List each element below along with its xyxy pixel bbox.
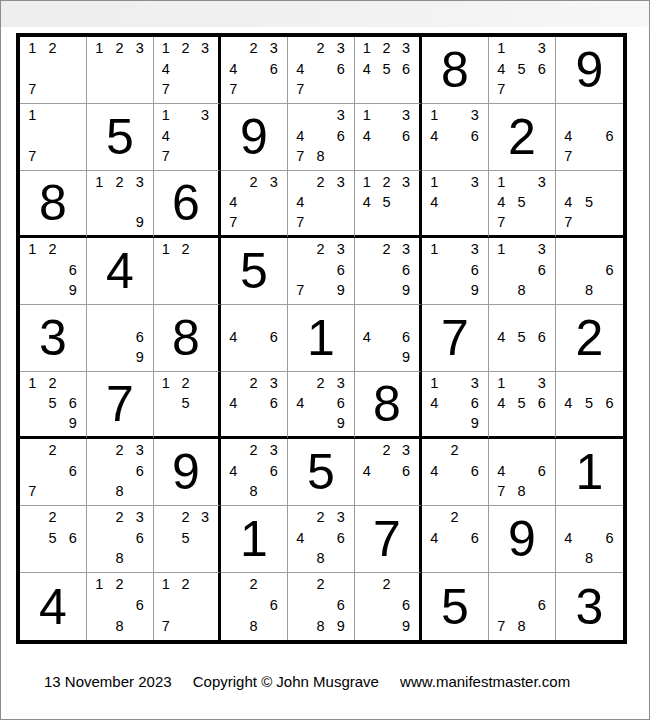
candidate-digit [243, 347, 263, 368]
candidate-digit [22, 413, 42, 433]
cell-r6c4[interactable]: 2346 [221, 372, 288, 439]
candidate-digit [331, 548, 351, 569]
candidate-digit [223, 306, 243, 327]
cell-r3c8[interactable]: 13457 [489, 171, 556, 238]
candidate-digit: 6 [331, 528, 351, 549]
cell-r1c7[interactable]: 8 [422, 37, 489, 104]
candidate-digit [130, 548, 150, 569]
candidate-digit [223, 574, 243, 595]
cell-r7c2[interactable]: 2368 [87, 439, 154, 506]
cell-r9c4[interactable]: 268 [221, 573, 288, 640]
candidate-digit: 2 [444, 507, 464, 528]
cell-r2c7[interactable]: 1346 [422, 104, 489, 171]
candidate-digit: 9 [396, 347, 416, 368]
cell-r8c5[interactable]: 23468 [288, 506, 355, 573]
candidate-digit [331, 212, 351, 232]
candidate-digit: 6 [465, 126, 485, 147]
cell-r2c1[interactable]: 17 [20, 104, 87, 171]
cell-r2c5[interactable]: 34678 [288, 104, 355, 171]
candidate-digit [89, 461, 109, 482]
pencil-marks: 2689 [290, 574, 351, 637]
candidate-digit: 1 [424, 373, 444, 393]
candidate-digit: 2 [243, 172, 263, 192]
candidate-digit [63, 373, 83, 393]
candidate-digit [599, 172, 620, 192]
candidate-digit [176, 616, 196, 637]
candidate-digit: 4 [290, 59, 310, 80]
candidate-digit [264, 212, 284, 232]
cell-r6c6[interactable]: 8 [355, 372, 422, 439]
candidate-digit: 6 [532, 595, 552, 616]
candidate-digit: 5 [511, 327, 531, 348]
cell-r5c5[interactable]: 1 [288, 305, 355, 372]
candidate-digit [243, 59, 263, 80]
candidate-digit [491, 440, 511, 461]
cell-r1c8[interactable]: 134567 [489, 37, 556, 104]
candidate-digit: 7 [156, 146, 176, 167]
candidate-digit [599, 105, 620, 126]
candidate-digit: 4 [290, 528, 310, 549]
candidate-digit [264, 574, 284, 595]
candidate-digit: 9 [396, 616, 416, 637]
candidate-digit: 3 [465, 172, 485, 192]
candidate-digit [377, 79, 397, 100]
cell-r1c6[interactable]: 123456 [355, 37, 422, 104]
candidate-digit: 4 [223, 59, 243, 80]
cell-r1c5[interactable]: 23467 [288, 37, 355, 104]
candidate-digit [310, 528, 330, 549]
candidate-digit [22, 507, 42, 528]
candidate-digit: 8 [243, 481, 263, 502]
candidate-digit [310, 393, 330, 413]
candidate-digit: 6 [396, 59, 416, 80]
candidate-digit: 8 [310, 146, 330, 167]
candidate-digit: 6 [465, 260, 485, 281]
cell-r6c3[interactable]: 125 [154, 372, 221, 439]
candidate-digit: 1 [357, 38, 377, 59]
candidate-digit [599, 239, 620, 260]
solved-digit: 8 [355, 372, 419, 436]
cell-r9c5[interactable]: 2689 [288, 573, 355, 640]
cell-r1c1[interactable]: 127 [20, 37, 87, 104]
candidate-digit [444, 192, 464, 212]
candidate-digit [130, 481, 150, 502]
candidate-digit [599, 373, 620, 393]
candidate-digit [290, 595, 310, 616]
candidate-digit [290, 373, 310, 393]
candidate-digit: 4 [290, 192, 310, 212]
cell-r8c3[interactable]: 235 [154, 506, 221, 573]
candidate-digit: 6 [130, 461, 150, 482]
candidate-digit [63, 126, 83, 147]
cell-r2c3[interactable]: 1347 [154, 104, 221, 171]
cell-r1c2[interactable]: 123 [87, 37, 154, 104]
sudoku-board: 1271231234723467234671234568134567917513… [16, 33, 627, 644]
solved-digit: 7 [355, 506, 419, 572]
pencil-marks: 267 [22, 440, 83, 502]
candidate-digit [264, 413, 284, 433]
candidate-digit [465, 440, 485, 461]
candidate-digit [491, 347, 511, 368]
cell-r4c5[interactable]: 23679 [288, 238, 355, 305]
solved-digit: 3 [20, 305, 86, 371]
candidate-digit: 3 [264, 440, 284, 461]
candidate-digit: 4 [357, 59, 377, 80]
cell-r4c9[interactable]: 68 [556, 238, 623, 305]
candidate-digit [465, 212, 485, 232]
cell-r9c6[interactable]: 269 [355, 573, 422, 640]
cell-r7c7[interactable]: 246 [422, 439, 489, 506]
candidate-digit [579, 507, 600, 528]
candidate-digit [109, 347, 129, 368]
pencil-marks: 256 [22, 507, 83, 569]
candidate-digit [156, 260, 176, 281]
pencil-marks: 1347 [156, 105, 215, 167]
candidate-digit: 5 [579, 393, 600, 413]
pencil-marks: 12347 [156, 38, 215, 100]
candidate-digit: 2 [176, 373, 196, 393]
candidate-digit: 2 [243, 373, 263, 393]
candidate-digit [109, 528, 129, 549]
candidate-digit [63, 239, 83, 260]
solved-digit: 1 [288, 305, 354, 371]
cell-r7c3[interactable]: 9 [154, 439, 221, 506]
candidate-digit [511, 38, 531, 59]
candidate-digit [156, 393, 176, 413]
candidate-digit [444, 126, 464, 147]
candidate-digit [156, 413, 176, 433]
cell-r3c4[interactable]: 2347 [221, 171, 288, 238]
candidate-digit: 7 [290, 79, 310, 100]
candidate-digit [511, 461, 531, 482]
cell-r9c3[interactable]: 127 [154, 573, 221, 640]
cell-r2c2[interactable]: 5 [87, 104, 154, 171]
cell-r4c6[interactable]: 2369 [355, 238, 422, 305]
cell-r8c4[interactable]: 1 [221, 506, 288, 573]
candidate-digit: 1 [491, 373, 511, 393]
solved-digit: 8 [154, 305, 218, 371]
solved-digit: 5 [221, 238, 287, 304]
cell-r7c4[interactable]: 23468 [221, 439, 288, 506]
solved-digit: 7 [422, 305, 488, 371]
candidate-digit: 3 [396, 239, 416, 260]
candidate-digit [89, 79, 109, 100]
candidate-digit [176, 126, 196, 147]
candidate-digit: 3 [396, 38, 416, 59]
candidate-digit [109, 461, 129, 482]
candidate-digit [290, 172, 310, 192]
solved-digit: 8 [422, 37, 488, 103]
pencil-marks: 2346 [357, 440, 416, 502]
candidate-digit: 5 [579, 192, 600, 212]
candidate-digit: 7 [558, 212, 579, 232]
solved-digit: 9 [154, 439, 218, 505]
candidate-digit [396, 212, 416, 232]
cell-r9c1[interactable]: 4 [20, 573, 87, 640]
cell-r5c8[interactable]: 456 [489, 305, 556, 372]
candidate-digit [42, 481, 62, 502]
pencil-marks: 23468 [290, 507, 351, 569]
candidate-digit: 6 [532, 393, 552, 413]
candidate-digit: 1 [22, 38, 42, 59]
cell-r3c7[interactable]: 134 [422, 171, 489, 238]
candidate-digit: 3 [465, 239, 485, 260]
candidate-digit [357, 280, 377, 301]
candidate-digit [532, 212, 552, 232]
cell-r4c3[interactable]: 12 [154, 238, 221, 305]
cell-r6c1[interactable]: 12569 [20, 372, 87, 439]
candidate-digit [558, 507, 579, 528]
pencil-marks: 1268 [89, 574, 150, 637]
candidate-digit: 1 [357, 172, 377, 192]
candidate-digit: 3 [532, 373, 552, 393]
candidate-digit: 5 [377, 192, 397, 212]
cell-r2c6[interactable]: 1346 [355, 104, 422, 171]
cell-r1c9[interactable]: 9 [556, 37, 623, 104]
candidate-digit [491, 280, 511, 301]
candidate-digit: 7 [491, 616, 511, 637]
cell-r5c6[interactable]: 469 [355, 305, 422, 372]
candidate-digit [579, 105, 600, 126]
cell-r5c4[interactable]: 46 [221, 305, 288, 372]
candidate-digit: 4 [558, 192, 579, 212]
candidate-digit [579, 528, 600, 549]
candidate-digit: 3 [130, 172, 150, 192]
candidate-digit [290, 105, 310, 126]
cell-r9c7[interactable]: 5 [422, 573, 489, 640]
cell-r4c8[interactable]: 1368 [489, 238, 556, 305]
pencil-marks: 68 [558, 239, 620, 301]
candidate-digit: 8 [109, 548, 129, 569]
cell-r4c1[interactable]: 1269 [20, 238, 87, 305]
candidate-digit [63, 507, 83, 528]
candidate-digit: 9 [63, 280, 83, 301]
candidate-digit [396, 574, 416, 595]
candidate-digit [195, 59, 215, 80]
cell-r3c1[interactable]: 8 [20, 171, 87, 238]
candidate-digit [42, 59, 62, 80]
candidate-digit [465, 548, 485, 569]
cell-r8c8[interactable]: 9 [489, 506, 556, 573]
candidate-digit: 1 [89, 574, 109, 595]
solved-digit: 2 [489, 104, 555, 170]
candidate-digit [22, 59, 42, 80]
candidate-digit: 2 [444, 440, 464, 461]
candidate-digit: 1 [424, 239, 444, 260]
candidate-digit: 7 [290, 212, 310, 232]
candidate-digit: 3 [264, 172, 284, 192]
candidate-digit [444, 105, 464, 126]
cell-r7c9[interactable]: 1 [556, 439, 623, 506]
candidate-digit: 8 [511, 280, 531, 301]
cell-r4c7[interactable]: 1369 [422, 238, 489, 305]
candidate-digit [243, 595, 263, 616]
cell-r8c2[interactable]: 2368 [87, 506, 154, 573]
candidate-digit: 1 [357, 105, 377, 126]
candidate-digit: 9 [465, 413, 485, 433]
candidate-digit [396, 192, 416, 212]
candidate-digit [89, 548, 109, 569]
candidate-digit: 6 [532, 260, 552, 281]
pencil-marks: 457 [558, 172, 620, 232]
cell-r5c9[interactable]: 2 [556, 305, 623, 372]
candidate-digit: 3 [532, 38, 552, 59]
cell-r2c8[interactable]: 2 [489, 104, 556, 171]
cell-r7c8[interactable]: 4678 [489, 439, 556, 506]
candidate-digit: 4 [424, 528, 444, 549]
candidate-digit [195, 126, 215, 147]
candidate-digit: 6 [465, 393, 485, 413]
cell-r5c2[interactable]: 69 [87, 305, 154, 372]
cell-r4c4[interactable]: 5 [221, 238, 288, 305]
candidate-digit: 2 [176, 507, 196, 528]
candidate-digit: 7 [491, 481, 511, 502]
cell-r8c6[interactable]: 7 [355, 506, 422, 573]
cell-r5c7[interactable]: 7 [422, 305, 489, 372]
pencil-marks: 13457 [491, 172, 552, 232]
candidate-digit: 4 [424, 393, 444, 413]
cell-r8c9[interactable]: 468 [556, 506, 623, 573]
candidate-digit: 5 [176, 393, 196, 413]
candidate-digit [511, 347, 531, 368]
candidate-digit: 4 [290, 393, 310, 413]
candidate-digit: 3 [130, 38, 150, 59]
cell-r3c5[interactable]: 2347 [288, 171, 355, 238]
cell-r5c3[interactable]: 8 [154, 305, 221, 372]
cell-r3c2[interactable]: 1239 [87, 171, 154, 238]
candidate-digit: 1 [156, 105, 176, 126]
cell-r3c9[interactable]: 457 [556, 171, 623, 238]
cell-r1c3[interactable]: 12347 [154, 37, 221, 104]
candidate-digit [176, 595, 196, 616]
candidate-digit [532, 616, 552, 637]
cell-r6c7[interactable]: 13469 [422, 372, 489, 439]
cell-r2c9[interactable]: 467 [556, 104, 623, 171]
solved-digit: 5 [87, 104, 153, 170]
candidate-digit: 6 [532, 327, 552, 348]
candidate-digit: 8 [310, 616, 330, 637]
candidate-digit [290, 260, 310, 281]
candidate-digit [89, 212, 109, 232]
candidate-digit: 6 [63, 461, 83, 482]
candidate-digit [130, 306, 150, 327]
pencil-marks: 127 [22, 38, 83, 100]
cell-r8c1[interactable]: 256 [20, 506, 87, 573]
candidate-digit [558, 548, 579, 569]
candidate-digit [558, 260, 579, 281]
candidate-digit [377, 280, 397, 301]
candidate-digit [243, 461, 263, 482]
candidate-digit [444, 481, 464, 502]
pencil-marks: 17 [22, 105, 83, 167]
cell-r9c8[interactable]: 678 [489, 573, 556, 640]
cell-r4c2[interactable]: 4 [87, 238, 154, 305]
candidate-digit: 5 [511, 393, 531, 413]
cell-r9c2[interactable]: 1268 [87, 573, 154, 640]
candidate-digit [223, 38, 243, 59]
candidate-digit: 2 [42, 239, 62, 260]
pencil-marks: 2369 [357, 239, 416, 301]
candidate-digit: 3 [331, 373, 351, 393]
candidate-digit [444, 280, 464, 301]
candidate-digit: 6 [130, 528, 150, 549]
candidate-digit [444, 461, 464, 482]
window-titlebar [1, 1, 649, 27]
candidate-digit [357, 440, 377, 461]
cell-r7c1[interactable]: 267 [20, 439, 87, 506]
candidate-digit [357, 574, 377, 595]
cell-r5c1[interactable]: 3 [20, 305, 87, 372]
candidate-digit [89, 347, 109, 368]
candidate-digit [310, 105, 330, 126]
pencil-marks: 1239 [89, 172, 150, 232]
footer-date: 13 November 2023 [44, 673, 172, 690]
candidate-digit [357, 595, 377, 616]
candidate-digit [223, 172, 243, 192]
candidate-digit [579, 146, 600, 167]
candidate-digit: 8 [511, 481, 531, 502]
candidate-digit [109, 595, 129, 616]
cell-r8c7[interactable]: 246 [422, 506, 489, 573]
cell-r6c2[interactable]: 7 [87, 372, 154, 439]
candidate-digit [42, 146, 62, 167]
candidate-digit: 6 [532, 59, 552, 80]
candidate-digit [357, 146, 377, 167]
candidate-digit: 2 [109, 172, 129, 192]
candidate-digit [465, 481, 485, 502]
cell-r2c4[interactable]: 9 [221, 104, 288, 171]
candidate-digit [310, 595, 330, 616]
candidate-digit: 6 [331, 260, 351, 281]
candidate-digit: 2 [243, 38, 263, 59]
cell-r1c4[interactable]: 23467 [221, 37, 288, 104]
cell-r7c5[interactable]: 5 [288, 439, 355, 506]
cell-r7c6[interactable]: 2346 [355, 439, 422, 506]
candidate-digit [511, 413, 531, 433]
cell-r9c9[interactable]: 3 [556, 573, 623, 640]
candidate-digit: 6 [396, 260, 416, 281]
cell-r6c9[interactable]: 456 [556, 372, 623, 439]
candidate-digit [243, 306, 263, 327]
cell-r3c3[interactable]: 6 [154, 171, 221, 238]
cell-r6c8[interactable]: 13456 [489, 372, 556, 439]
pencil-marks: 469 [357, 306, 416, 368]
candidate-digit: 4 [491, 59, 511, 80]
candidate-digit: 6 [396, 126, 416, 147]
candidate-digit: 4 [558, 126, 579, 147]
solved-digit: 1 [556, 439, 623, 505]
candidate-digit: 3 [331, 105, 351, 126]
footer-copyright: Copyright © John Musgrave [193, 673, 379, 690]
candidate-digit: 2 [377, 574, 397, 595]
solved-digit: 6 [154, 171, 218, 235]
candidate-digit: 1 [156, 239, 176, 260]
candidate-digit: 2 [377, 172, 397, 192]
candidate-digit [290, 239, 310, 260]
candidate-digit [579, 126, 600, 147]
candidate-digit: 2 [243, 440, 263, 461]
candidate-digit [465, 192, 485, 212]
cell-r3c6[interactable]: 12345 [355, 171, 422, 238]
candidate-digit [491, 413, 511, 433]
candidate-digit: 1 [491, 239, 511, 260]
candidate-digit [176, 79, 196, 100]
solved-digit: 9 [556, 37, 623, 103]
cell-r6c5[interactable]: 23469 [288, 372, 355, 439]
candidate-digit [511, 172, 531, 192]
candidate-digit [243, 327, 263, 348]
candidate-digit: 4 [357, 461, 377, 482]
